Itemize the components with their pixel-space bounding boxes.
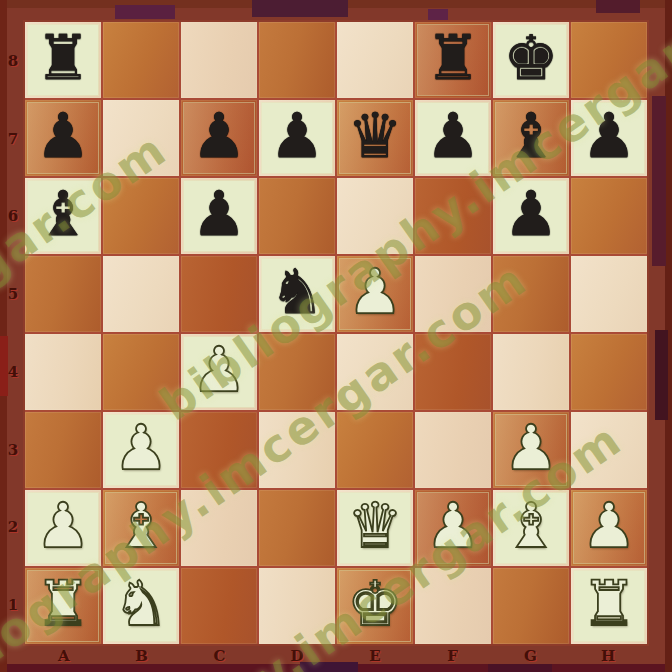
- piece-white-pawn[interactable]: ♟: [347, 254, 403, 330]
- file-labels: ABCDEFGH: [25, 645, 647, 666]
- rank-label-4: 4: [8, 363, 18, 381]
- rank-label-6: 6: [8, 207, 18, 225]
- chess-diagram: 87654321 ♜♜♚♟♟♟♛♟♝♟♝♟♟♞♟♟♟♟♟♝♛♟♝♟♜♞♚♜ AB…: [0, 0, 672, 672]
- square-a3[interactable]: [25, 412, 101, 488]
- rank-label-7: 7: [8, 130, 18, 148]
- file-label-e: E: [369, 647, 380, 665]
- square-e2[interactable]: ♛: [337, 490, 413, 566]
- rank-label-3: 3: [8, 441, 18, 459]
- piece-white-king[interactable]: ♚: [347, 566, 403, 642]
- square-c2[interactable]: [181, 490, 257, 566]
- chess-board: ♜♜♚♟♟♟♛♟♝♟♝♟♟♞♟♟♟♟♟♝♛♟♝♟♜♞♚♜: [25, 22, 647, 644]
- piece-black-pawn[interactable]: ♟: [35, 98, 91, 174]
- square-c7[interactable]: ♟: [181, 100, 257, 176]
- file-label-h: H: [601, 647, 615, 665]
- piece-black-queen[interactable]: ♛: [347, 98, 403, 174]
- square-a1[interactable]: ♜: [25, 568, 101, 644]
- square-b6[interactable]: [103, 178, 179, 254]
- piece-white-bishop[interactable]: ♝: [503, 488, 559, 564]
- square-b3[interactable]: ♟: [103, 412, 179, 488]
- rank-label-2: 2: [8, 518, 18, 536]
- square-c6[interactable]: ♟: [181, 178, 257, 254]
- file-label-d: D: [291, 647, 304, 665]
- file-label-f: F: [447, 647, 458, 665]
- piece-black-knight[interactable]: ♞: [269, 254, 325, 330]
- square-b5[interactable]: [103, 256, 179, 332]
- piece-white-pawn[interactable]: ♟: [503, 410, 559, 486]
- square-f8[interactable]: ♜: [415, 22, 491, 98]
- square-f1[interactable]: [415, 568, 491, 644]
- piece-white-rook[interactable]: ♜: [35, 566, 91, 642]
- square-d4[interactable]: [259, 334, 335, 410]
- square-d5[interactable]: ♞: [259, 256, 335, 332]
- piece-black-pawn[interactable]: ♟: [269, 98, 325, 174]
- square-f2[interactable]: ♟: [415, 490, 491, 566]
- square-h6[interactable]: [571, 178, 647, 254]
- frame-texture-patch: [115, 5, 175, 19]
- square-e4[interactable]: [337, 334, 413, 410]
- piece-black-king[interactable]: ♚: [503, 20, 559, 96]
- piece-black-bishop[interactable]: ♝: [35, 176, 91, 252]
- square-d8[interactable]: [259, 22, 335, 98]
- square-e1[interactable]: ♚: [337, 568, 413, 644]
- square-d6[interactable]: [259, 178, 335, 254]
- square-a5[interactable]: [25, 256, 101, 332]
- square-d2[interactable]: [259, 490, 335, 566]
- square-f6[interactable]: [415, 178, 491, 254]
- square-f5[interactable]: [415, 256, 491, 332]
- square-b4[interactable]: [103, 334, 179, 410]
- piece-white-pawn[interactable]: ♟: [581, 488, 637, 564]
- frame-texture-patch: [252, 0, 348, 17]
- square-b7[interactable]: [103, 100, 179, 176]
- piece-white-pawn[interactable]: ♟: [113, 410, 169, 486]
- file-label-g: G: [524, 647, 537, 665]
- square-c5[interactable]: [181, 256, 257, 332]
- file-label-b: B: [135, 647, 148, 665]
- file-label-a: A: [58, 647, 70, 665]
- square-h1[interactable]: ♜: [571, 568, 647, 644]
- piece-white-pawn[interactable]: ♟: [425, 488, 481, 564]
- square-a6[interactable]: ♝: [25, 178, 101, 254]
- piece-black-pawn[interactable]: ♟: [581, 98, 637, 174]
- piece-black-pawn[interactable]: ♟: [191, 98, 247, 174]
- square-e8[interactable]: [337, 22, 413, 98]
- square-b8[interactable]: [103, 22, 179, 98]
- piece-black-bishop[interactable]: ♝: [503, 98, 559, 174]
- square-f3[interactable]: [415, 412, 491, 488]
- piece-white-pawn[interactable]: ♟: [191, 332, 247, 408]
- rank-label-1: 1: [8, 596, 18, 614]
- square-c3[interactable]: [181, 412, 257, 488]
- square-c4[interactable]: ♟: [181, 334, 257, 410]
- square-g8[interactable]: ♚: [493, 22, 569, 98]
- square-g3[interactable]: ♟: [493, 412, 569, 488]
- square-h2[interactable]: ♟: [571, 490, 647, 566]
- square-e3[interactable]: [337, 412, 413, 488]
- square-g2[interactable]: ♝: [493, 490, 569, 566]
- square-c1[interactable]: [181, 568, 257, 644]
- rank-label-8: 8: [8, 52, 18, 70]
- piece-white-pawn[interactable]: ♟: [35, 488, 91, 564]
- frame-texture-patch: [655, 330, 668, 420]
- square-c8[interactable]: [181, 22, 257, 98]
- frame-texture-patch: [428, 9, 448, 20]
- piece-black-rook[interactable]: ♜: [425, 20, 481, 96]
- square-f7[interactable]: ♟: [415, 100, 491, 176]
- piece-white-queen[interactable]: ♛: [347, 488, 403, 564]
- square-h4[interactable]: [571, 334, 647, 410]
- piece-white-rook[interactable]: ♜: [581, 566, 637, 642]
- square-e6[interactable]: [337, 178, 413, 254]
- piece-black-pawn[interactable]: ♟: [503, 176, 559, 252]
- piece-black-rook[interactable]: ♜: [35, 20, 91, 96]
- square-d1[interactable]: [259, 568, 335, 644]
- square-e5[interactable]: ♟: [337, 256, 413, 332]
- square-a8[interactable]: ♜: [25, 22, 101, 98]
- file-label-c: C: [213, 647, 225, 665]
- piece-black-pawn[interactable]: ♟: [191, 176, 247, 252]
- rank-label-5: 5: [8, 285, 18, 303]
- square-h7[interactable]: ♟: [571, 100, 647, 176]
- square-g6[interactable]: ♟: [493, 178, 569, 254]
- square-f4[interactable]: [415, 334, 491, 410]
- square-g7[interactable]: ♝: [493, 100, 569, 176]
- square-e7[interactable]: ♛: [337, 100, 413, 176]
- piece-black-pawn[interactable]: ♟: [425, 98, 481, 174]
- square-a2[interactable]: ♟: [25, 490, 101, 566]
- square-h8[interactable]: [571, 22, 647, 98]
- square-g5[interactable]: [493, 256, 569, 332]
- square-g1[interactable]: [493, 568, 569, 644]
- square-b2[interactable]: ♝: [103, 490, 179, 566]
- frame-texture-patch: [652, 96, 666, 266]
- square-g4[interactable]: [493, 334, 569, 410]
- square-h5[interactable]: [571, 256, 647, 332]
- square-d7[interactable]: ♟: [259, 100, 335, 176]
- piece-white-knight[interactable]: ♞: [113, 566, 169, 642]
- square-a4[interactable]: [25, 334, 101, 410]
- piece-white-bishop[interactable]: ♝: [113, 488, 169, 564]
- square-d3[interactable]: [259, 412, 335, 488]
- square-b1[interactable]: ♞: [103, 568, 179, 644]
- square-h3[interactable]: [571, 412, 647, 488]
- rank-labels: 87654321: [2, 22, 24, 644]
- square-a7[interactable]: ♟: [25, 100, 101, 176]
- frame-texture-patch: [596, 0, 640, 13]
